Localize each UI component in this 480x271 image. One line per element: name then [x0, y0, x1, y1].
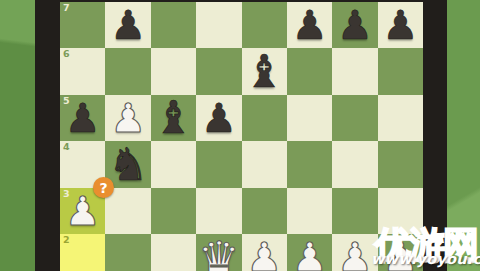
square-g3[interactable]: [332, 188, 377, 234]
square-e6[interactable]: ♝: [242, 48, 287, 94]
square-a6[interactable]: 6: [60, 48, 105, 94]
piece-black-bishop[interactable]: ♝: [153, 95, 193, 140]
square-e2[interactable]: ♟: [242, 234, 287, 271]
square-b4[interactable]: ♞: [105, 141, 150, 187]
square-c7[interactable]: [151, 2, 196, 48]
background-left: [0, 0, 35, 271]
square-e5[interactable]: [242, 95, 287, 141]
square-g7[interactable]: ♟: [332, 2, 377, 48]
square-a5[interactable]: 5♟: [60, 95, 105, 141]
piece-white-pawn[interactable]: ♟: [337, 237, 373, 271]
piece-white-pawn[interactable]: ♟: [246, 237, 282, 271]
square-f5[interactable]: [287, 95, 332, 141]
square-e4[interactable]: [242, 141, 287, 187]
square-c5[interactable]: ♝: [151, 95, 196, 141]
square-b5[interactable]: ♟: [105, 95, 150, 141]
square-f2[interactable]: ♟: [287, 234, 332, 271]
square-b2[interactable]: [105, 234, 150, 271]
tablet-frame-left: [35, 0, 60, 271]
square-e3[interactable]: [242, 188, 287, 234]
square-f4[interactable]: [287, 141, 332, 187]
piece-black-pawn[interactable]: ♟: [110, 5, 146, 45]
square-f7[interactable]: ♟: [287, 2, 332, 48]
square-b7[interactable]: ♟: [105, 2, 150, 48]
piece-black-pawn[interactable]: ♟: [383, 5, 419, 45]
square-a2[interactable]: 2: [60, 234, 105, 271]
square-b3[interactable]: [105, 188, 150, 234]
rank-label-4: 4: [63, 142, 70, 152]
square-c2[interactable]: [151, 234, 196, 271]
square-d3[interactable]: [196, 188, 241, 234]
square-h4[interactable]: [378, 141, 423, 187]
square-c6[interactable]: [151, 48, 196, 94]
rank-label-2: 2: [63, 235, 70, 245]
square-h5[interactable]: [378, 95, 423, 141]
piece-black-pawn[interactable]: ♟: [65, 98, 101, 138]
piece-black-pawn[interactable]: ♟: [337, 5, 373, 45]
square-h7[interactable]: ♟: [378, 2, 423, 48]
piece-black-pawn[interactable]: ♟: [292, 5, 328, 45]
square-h6[interactable]: [378, 48, 423, 94]
square-b6[interactable]: [105, 48, 150, 94]
mistake-badge-symbol: ?: [99, 181, 107, 195]
piece-black-pawn[interactable]: ♟: [201, 98, 237, 138]
piece-white-queen[interactable]: ♛: [198, 235, 240, 271]
rank-label-7: 7: [63, 3, 70, 13]
square-d7[interactable]: [196, 2, 241, 48]
square-g4[interactable]: [332, 141, 377, 187]
piece-white-pawn[interactable]: ♟: [110, 98, 146, 138]
chess-board[interactable]: 7♟♟♟♟6♝5♟♟♝♟4♞3♟2♛♟♟♟♟: [60, 2, 424, 271]
square-c4[interactable]: [151, 141, 196, 187]
piece-black-bishop[interactable]: ♝: [244, 49, 284, 94]
square-d6[interactable]: [196, 48, 241, 94]
mistake-badge-icon: ?: [93, 177, 114, 198]
square-d5[interactable]: ♟: [196, 95, 241, 141]
square-f6[interactable]: [287, 48, 332, 94]
square-e7[interactable]: [242, 2, 287, 48]
square-c3[interactable]: [151, 188, 196, 234]
piece-white-pawn[interactable]: ♟: [65, 191, 101, 231]
piece-black-knight[interactable]: ♞: [108, 142, 148, 187]
square-d4[interactable]: [196, 141, 241, 187]
square-d2[interactable]: ♛: [196, 234, 241, 271]
piece-white-pawn[interactable]: ♟: [292, 237, 328, 271]
screenshot-root: 7♟♟♟♟6♝5♟♟♝♟4♞3♟2♛♟♟♟♟ ? 优游网 www.yoyou.c…: [0, 0, 480, 271]
rank-label-5: 5: [63, 96, 70, 106]
watermark-url: www.yoyou.com: [371, 251, 480, 267]
square-g5[interactable]: [332, 95, 377, 141]
rank-label-3: 3: [63, 189, 70, 199]
square-g6[interactable]: [332, 48, 377, 94]
square-a7[interactable]: 7: [60, 2, 105, 48]
square-f3[interactable]: [287, 188, 332, 234]
rank-label-6: 6: [63, 49, 70, 59]
